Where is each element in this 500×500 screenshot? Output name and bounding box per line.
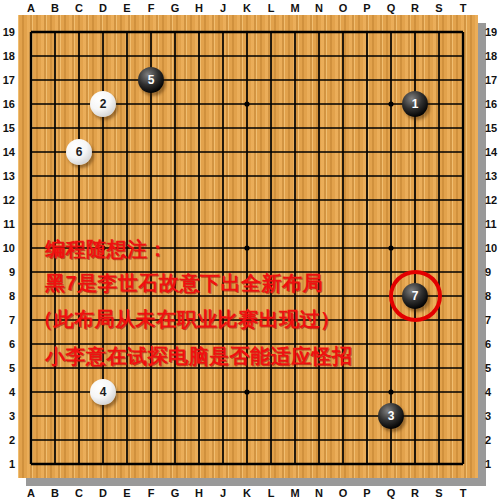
col-label-top-C: C — [67, 1, 91, 15]
col-label-top-P: P — [355, 1, 379, 15]
row-label-right-14: 14 — [485, 145, 500, 159]
col-label-bottom-E: E — [115, 486, 139, 500]
col-label-bottom-K: K — [235, 486, 259, 500]
col-label-top-R: R — [403, 1, 427, 15]
col-label-top-K: K — [235, 1, 259, 15]
col-label-bottom-O: O — [331, 486, 355, 500]
stone-move-number: 3 — [388, 410, 395, 422]
col-label-bottom-G: G — [163, 486, 187, 500]
row-label-left-15: 15 — [0, 121, 15, 135]
col-label-bottom-H: H — [187, 486, 211, 500]
row-label-left-18: 18 — [0, 49, 15, 63]
row-label-right-6: 6 — [485, 337, 500, 351]
col-label-top-M: M — [283, 1, 307, 15]
col-label-top-Q: Q — [379, 1, 403, 15]
col-label-top-L: L — [259, 1, 283, 15]
col-label-top-E: E — [115, 1, 139, 15]
row-label-right-13: 13 — [485, 169, 500, 183]
stone-move-number: 5 — [148, 74, 155, 86]
col-label-bottom-Q: Q — [379, 486, 403, 500]
col-label-top-T: T — [451, 1, 475, 15]
stone-move-number: 1 — [412, 98, 419, 110]
row-label-right-11: 11 — [485, 217, 500, 231]
col-label-bottom-N: N — [307, 486, 331, 500]
row-label-left-12: 12 — [0, 193, 15, 207]
col-label-bottom-D: D — [91, 486, 115, 500]
stone-white-2: 2 — [90, 91, 116, 117]
row-label-left-17: 17 — [0, 73, 15, 87]
row-label-left-7: 7 — [0, 313, 15, 327]
row-label-right-19: 19 — [485, 25, 500, 39]
col-label-top-N: N — [307, 1, 331, 15]
col-label-top-S: S — [427, 1, 451, 15]
row-label-left-19: 19 — [0, 25, 15, 39]
annotation-line-1: 编程随想注： — [45, 236, 168, 263]
row-label-right-9: 9 — [485, 265, 500, 279]
row-label-right-7: 7 — [485, 313, 500, 327]
col-label-bottom-T: T — [451, 486, 475, 500]
stone-black-5: 5 — [138, 67, 164, 93]
col-label-bottom-J: J — [211, 486, 235, 500]
col-label-top-A: A — [19, 1, 43, 15]
stone-black-1: 1 — [402, 91, 428, 117]
row-label-left-3: 3 — [0, 409, 15, 423]
row-label-right-2: 2 — [485, 433, 500, 447]
row-label-right-8: 8 — [485, 289, 500, 303]
stone-move-number: 2 — [100, 98, 107, 110]
row-label-left-6: 6 — [0, 337, 15, 351]
annotation-line-3: （此布局从未在职业比赛出现过） — [33, 306, 341, 333]
row-label-right-5: 5 — [485, 361, 500, 375]
col-label-bottom-S: S — [427, 486, 451, 500]
stone-black-3: 3 — [378, 403, 404, 429]
row-label-left-11: 11 — [0, 217, 15, 231]
col-label-bottom-F: F — [139, 486, 163, 500]
col-label-top-D: D — [91, 1, 115, 15]
col-label-bottom-P: P — [355, 486, 379, 500]
stone-move-number: 7 — [412, 290, 419, 302]
col-label-top-J: J — [211, 1, 235, 15]
col-label-top-H: H — [187, 1, 211, 15]
stone-move-number: 4 — [100, 386, 107, 398]
row-label-right-3: 3 — [485, 409, 500, 423]
row-label-right-17: 17 — [485, 73, 500, 87]
row-label-left-13: 13 — [0, 169, 15, 183]
row-label-right-16: 16 — [485, 97, 500, 111]
row-label-left-4: 4 — [0, 385, 15, 399]
stone-white-4: 4 — [90, 379, 116, 405]
col-label-top-G: G — [163, 1, 187, 15]
row-label-right-18: 18 — [485, 49, 500, 63]
row-label-left-1: 1 — [0, 457, 15, 471]
row-label-right-4: 4 — [485, 385, 500, 399]
row-label-right-10: 10 — [485, 241, 500, 255]
col-label-bottom-B: B — [43, 486, 67, 500]
col-label-bottom-R: R — [403, 486, 427, 500]
col-label-top-B: B — [43, 1, 67, 15]
row-label-left-5: 5 — [0, 361, 15, 375]
col-label-bottom-A: A — [19, 486, 43, 500]
stone-move-number: 6 — [76, 146, 83, 158]
row-label-left-14: 14 — [0, 145, 15, 159]
stone-white-6: 6 — [66, 139, 92, 165]
row-label-left-10: 10 — [0, 241, 15, 255]
col-label-bottom-L: L — [259, 486, 283, 500]
go-board-diagram: AABBCCDDEEFFGGHHJJKKLLMMNNOOPPQQRRSSTT19… — [0, 0, 500, 500]
col-label-top-O: O — [331, 1, 355, 15]
col-label-bottom-M: M — [283, 486, 307, 500]
row-label-left-8: 8 — [0, 289, 15, 303]
annotation-line-4: 小李意在试探电脑是否能适应怪招 — [45, 343, 353, 370]
row-label-left-9: 9 — [0, 265, 15, 279]
row-label-left-16: 16 — [0, 97, 15, 111]
row-label-right-15: 15 — [485, 121, 500, 135]
col-label-bottom-C: C — [67, 486, 91, 500]
annotation-line-2: 黑7是李世石故意下出全新布局 — [45, 270, 323, 297]
row-label-right-12: 12 — [485, 193, 500, 207]
col-label-top-F: F — [139, 1, 163, 15]
row-label-right-1: 1 — [485, 457, 500, 471]
stone-black-7: 7 — [402, 283, 428, 309]
row-label-left-2: 2 — [0, 433, 15, 447]
